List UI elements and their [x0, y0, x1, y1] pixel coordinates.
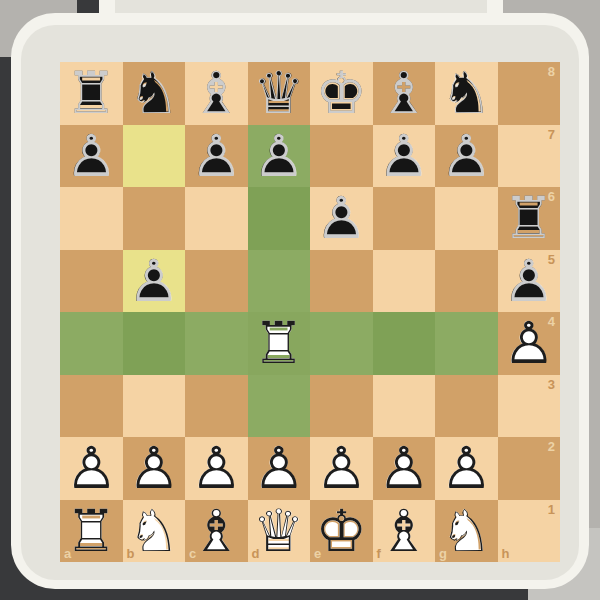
square-f3[interactable] [373, 375, 436, 438]
square-h2[interactable]: 2 [498, 437, 561, 500]
square-c6[interactable] [185, 187, 248, 250]
piece-black-queen[interactable]: ♛♕ [248, 62, 311, 125]
square-f7[interactable]: ♟♙ [373, 125, 436, 188]
square-h8[interactable]: 8 [498, 62, 561, 125]
piece-black-knight[interactable]: ♞♘ [435, 62, 498, 125]
square-d4[interactable]: ♜♖ [248, 312, 311, 375]
square-g3[interactable] [435, 375, 498, 438]
square-b6[interactable] [123, 187, 186, 250]
square-f8[interactable]: ♝♗ [373, 62, 436, 125]
coord-file-g: g [439, 546, 447, 561]
piece-black-rook[interactable]: ♜♖ [60, 62, 123, 125]
coord-file-a: a [64, 546, 71, 561]
square-b5[interactable]: ♟♙ [123, 250, 186, 313]
square-d6[interactable] [248, 187, 311, 250]
square-h4[interactable]: ♟♙4 [498, 312, 561, 375]
square-b7[interactable] [123, 125, 186, 188]
coord-rank-1: 1 [548, 502, 555, 517]
square-e3[interactable] [310, 375, 373, 438]
square-c4[interactable] [185, 312, 248, 375]
square-h5[interactable]: ♟♙5 [498, 250, 561, 313]
square-a1[interactable]: ♜♖a [60, 500, 123, 563]
piece-white-pawn[interactable]: ♟♙ [248, 437, 311, 500]
square-g5[interactable] [435, 250, 498, 313]
coord-rank-4: 4 [548, 314, 555, 329]
window-tab [77, 0, 99, 13]
square-h3[interactable]: 3 [498, 375, 561, 438]
square-d5[interactable] [248, 250, 311, 313]
coord-rank-5: 5 [548, 252, 555, 267]
piece-black-bishop[interactable]: ♝♗ [185, 62, 248, 125]
square-g8[interactable]: ♞♘ [435, 62, 498, 125]
square-f5[interactable] [373, 250, 436, 313]
square-h1[interactable]: 1h [498, 500, 561, 563]
square-a3[interactable] [60, 375, 123, 438]
square-h6[interactable]: ♜♖6 [498, 187, 561, 250]
square-d7[interactable]: ♟♙ [248, 125, 311, 188]
square-a8[interactable]: ♜♖ [60, 62, 123, 125]
piece-black-pawn[interactable]: ♟♙ [373, 125, 436, 188]
square-g2[interactable]: ♟♙ [435, 437, 498, 500]
square-g7[interactable]: ♟♙ [435, 125, 498, 188]
square-g6[interactable] [435, 187, 498, 250]
piece-black-pawn[interactable]: ♟♙ [435, 125, 498, 188]
square-d3[interactable] [248, 375, 311, 438]
square-f1[interactable]: ♝♗f [373, 500, 436, 563]
square-c3[interactable] [185, 375, 248, 438]
piece-white-pawn[interactable]: ♟♙ [373, 437, 436, 500]
coord-file-c: c [189, 546, 196, 561]
square-b1[interactable]: ♞♘b [123, 500, 186, 563]
coord-file-f: f [377, 546, 381, 561]
coord-file-d: d [252, 546, 260, 561]
piece-black-knight[interactable]: ♞♘ [123, 62, 186, 125]
piece-white-pawn[interactable]: ♟♙ [310, 437, 373, 500]
square-d2[interactable]: ♟♙ [248, 437, 311, 500]
piece-white-pawn[interactable]: ♟♙ [123, 437, 186, 500]
square-b2[interactable]: ♟♙ [123, 437, 186, 500]
square-g4[interactable] [435, 312, 498, 375]
square-c1[interactable]: ♝♗c [185, 500, 248, 563]
chess-board[interactable]: ♜♖♞♘♝♗♛♕♚♔♝♗♞♘8♟♙♟♙♟♙♟♙♟♙7♟♙♜♖6♟♙♟♙5♜♖♟♙… [60, 62, 560, 562]
piece-black-pawn[interactable]: ♟♙ [185, 125, 248, 188]
piece-white-pawn[interactable]: ♟♙ [185, 437, 248, 500]
coord-file-e: e [314, 546, 321, 561]
square-c8[interactable]: ♝♗ [185, 62, 248, 125]
device-frame: ♜♖♞♘♝♗♛♕♚♔♝♗♞♘8♟♙♟♙♟♙♟♙♟♙7♟♙♜♖6♟♙♟♙5♜♖♟♙… [11, 13, 589, 589]
piece-black-pawn[interactable]: ♟♙ [310, 187, 373, 250]
square-d8[interactable]: ♛♕ [248, 62, 311, 125]
square-a5[interactable] [60, 250, 123, 313]
square-e1[interactable]: ♚♔e [310, 500, 373, 563]
piece-white-bishop[interactable]: ♝♗ [373, 500, 436, 563]
square-e4[interactable] [310, 312, 373, 375]
square-a6[interactable] [60, 187, 123, 250]
square-f6[interactable] [373, 187, 436, 250]
coord-rank-7: 7 [548, 127, 555, 142]
square-h7[interactable]: 7 [498, 125, 561, 188]
piece-black-pawn[interactable]: ♟♙ [123, 250, 186, 313]
coord-rank-8: 8 [548, 64, 555, 79]
square-e7[interactable] [310, 125, 373, 188]
coord-file-h: h [502, 546, 510, 561]
coord-rank-3: 3 [548, 377, 555, 392]
square-b3[interactable] [123, 375, 186, 438]
square-a7[interactable]: ♟♙ [60, 125, 123, 188]
square-c7[interactable]: ♟♙ [185, 125, 248, 188]
square-f2[interactable]: ♟♙ [373, 437, 436, 500]
square-b4[interactable] [123, 312, 186, 375]
coord-rank-6: 6 [548, 189, 555, 204]
piece-white-pawn[interactable]: ♟♙ [60, 437, 123, 500]
square-f4[interactable] [373, 312, 436, 375]
square-c2[interactable]: ♟♙ [185, 437, 248, 500]
square-c5[interactable] [185, 250, 248, 313]
app-screen: ♜♖♞♘♝♗♛♕♚♔♝♗♞♘8♟♙♟♙♟♙♟♙♟♙7♟♙♜♖6♟♙♟♙5♜♖♟♙… [21, 25, 579, 580]
background-right-strip [589, 0, 600, 600]
screenshot-canvas: ♜♖♞♘♝♗♛♕♚♔♝♗♞♘8♟♙♟♙♟♙♟♙♟♙7♟♙♜♖6♟♙♟♙5♜♖♟♙… [0, 0, 600, 600]
square-a4[interactable] [60, 312, 123, 375]
piece-white-rook[interactable]: ♜♖ [248, 312, 311, 375]
square-e6[interactable]: ♟♙ [310, 187, 373, 250]
square-e5[interactable] [310, 250, 373, 313]
square-e2[interactable]: ♟♙ [310, 437, 373, 500]
square-e8[interactable]: ♚♔ [310, 62, 373, 125]
square-b8[interactable]: ♞♘ [123, 62, 186, 125]
square-a2[interactable]: ♟♙ [60, 437, 123, 500]
coord-file-b: b [127, 546, 135, 561]
square-d1[interactable]: ♛♕d [248, 500, 311, 563]
coord-rank-2: 2 [548, 439, 555, 454]
piece-black-king[interactable]: ♚♔ [310, 62, 373, 125]
piece-black-bishop[interactable]: ♝♗ [373, 62, 436, 125]
piece-black-pawn[interactable]: ♟♙ [248, 125, 311, 188]
piece-black-pawn[interactable]: ♟♙ [60, 125, 123, 188]
square-g1[interactable]: ♞♘g [435, 500, 498, 563]
piece-white-pawn[interactable]: ♟♙ [435, 437, 498, 500]
